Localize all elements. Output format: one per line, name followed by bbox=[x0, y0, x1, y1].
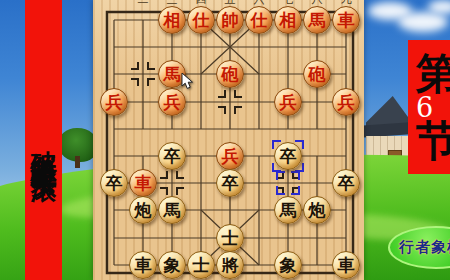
piece-label: 兵 bbox=[106, 94, 123, 111]
piece-red-帥[interactable]: 帥 bbox=[216, 6, 244, 34]
piece-black-卒[interactable]: 卒 bbox=[274, 142, 302, 170]
piece-label: 士 bbox=[193, 257, 210, 274]
piece-black-炮[interactable]: 炮 bbox=[129, 196, 157, 224]
piece-black-炮[interactable]: 炮 bbox=[303, 196, 331, 224]
piece-red-兵[interactable]: 兵 bbox=[332, 88, 360, 116]
piece-label: 兵 bbox=[164, 94, 181, 111]
piece-red-車[interactable]: 車 bbox=[129, 169, 157, 197]
cloud bbox=[428, 0, 450, 14]
piece-label: 車 bbox=[135, 175, 152, 192]
piece-label: 相 bbox=[280, 12, 297, 29]
piece-label: 兵 bbox=[338, 94, 355, 111]
piece-red-仕[interactable]: 仕 bbox=[187, 6, 215, 34]
piece-red-仕[interactable]: 仕 bbox=[245, 6, 273, 34]
piece-label: 車 bbox=[338, 12, 355, 29]
piece-red-兵[interactable]: 兵 bbox=[216, 142, 244, 170]
piece-label: 相 bbox=[164, 12, 181, 29]
piece-red-兵[interactable]: 兵 bbox=[274, 88, 302, 116]
piece-black-卒[interactable]: 卒 bbox=[100, 169, 128, 197]
move-highlight bbox=[276, 171, 300, 195]
piece-red-兵[interactable]: 兵 bbox=[100, 88, 128, 116]
piece-red-車[interactable]: 車 bbox=[332, 6, 360, 34]
piece-label: 砲 bbox=[309, 66, 326, 83]
piece-red-相[interactable]: 相 bbox=[274, 6, 302, 34]
piece-label: 卒 bbox=[164, 148, 181, 165]
tree-trunk bbox=[75, 156, 80, 168]
piece-black-卒[interactable]: 卒 bbox=[216, 169, 244, 197]
piece-label: 象 bbox=[280, 257, 297, 274]
piece-label: 車 bbox=[338, 257, 355, 274]
piece-black-士[interactable]: 士 bbox=[187, 251, 215, 279]
piece-label: 將 bbox=[222, 257, 239, 274]
point-marker bbox=[160, 171, 184, 195]
chapter-char-1: 第 bbox=[416, 54, 450, 94]
piece-label: 仕 bbox=[251, 12, 268, 29]
piece-label: 卒 bbox=[222, 175, 239, 192]
screen: 一二三四五六七八九 相仕帥仕相馬車馬砲砲兵兵兵兵兵車卒卒卒卒卒炮馬馬炮士車象士將… bbox=[0, 0, 450, 280]
piece-black-馬[interactable]: 馬 bbox=[274, 196, 302, 224]
left-title-banner: 破解急进中兵牛头滚 bbox=[25, 0, 62, 280]
piece-red-兵[interactable]: 兵 bbox=[158, 88, 186, 116]
piece-label: 仕 bbox=[193, 12, 210, 29]
board[interactable]: 一二三四五六七八九 相仕帥仕相馬車馬砲砲兵兵兵兵兵車卒卒卒卒卒炮馬馬炮士車象士將… bbox=[93, 0, 364, 280]
piece-label: 砲 bbox=[222, 66, 239, 83]
piece-label: 炮 bbox=[309, 202, 326, 219]
mouse-cursor-icon bbox=[181, 73, 195, 91]
piece-label: 卒 bbox=[338, 175, 355, 192]
piece-black-車[interactable]: 車 bbox=[129, 251, 157, 279]
piece-label: 卒 bbox=[280, 148, 297, 165]
piece-black-象[interactable]: 象 bbox=[158, 251, 186, 279]
piece-black-馬[interactable]: 馬 bbox=[158, 196, 186, 224]
piece-label: 馬 bbox=[280, 202, 297, 219]
piece-label: 象 bbox=[164, 257, 181, 274]
right-chapter-banner: 第 6 节 bbox=[408, 40, 450, 174]
piece-red-砲[interactable]: 砲 bbox=[303, 60, 331, 88]
file-labels: 一二三四五六七八九 bbox=[93, 0, 364, 5]
piece-label: 馬 bbox=[309, 12, 326, 29]
piece-black-車[interactable]: 車 bbox=[332, 251, 360, 279]
point-marker bbox=[131, 62, 155, 86]
piece-label: 士 bbox=[222, 230, 239, 247]
piece-black-士[interactable]: 士 bbox=[216, 224, 244, 252]
piece-black-將[interactable]: 將 bbox=[216, 251, 244, 279]
point-marker bbox=[218, 90, 242, 114]
piece-label: 兵 bbox=[280, 94, 297, 111]
piece-red-馬[interactable]: 馬 bbox=[303, 6, 331, 34]
piece-label: 馬 bbox=[164, 202, 181, 219]
piece-label: 卒 bbox=[106, 175, 123, 192]
chapter-char-2: 节 bbox=[416, 121, 450, 161]
cloud bbox=[398, 12, 448, 32]
piece-label: 帥 bbox=[222, 12, 239, 29]
piece-label: 兵 bbox=[222, 148, 239, 165]
piece-black-象[interactable]: 象 bbox=[274, 251, 302, 279]
piece-label: 馬 bbox=[164, 66, 181, 83]
piece-label: 炮 bbox=[135, 202, 152, 219]
piece-label: 車 bbox=[135, 257, 152, 274]
piece-black-卒[interactable]: 卒 bbox=[332, 169, 360, 197]
piece-red-砲[interactable]: 砲 bbox=[216, 60, 244, 88]
piece-black-卒[interactable]: 卒 bbox=[158, 142, 186, 170]
piece-red-相[interactable]: 相 bbox=[158, 6, 186, 34]
